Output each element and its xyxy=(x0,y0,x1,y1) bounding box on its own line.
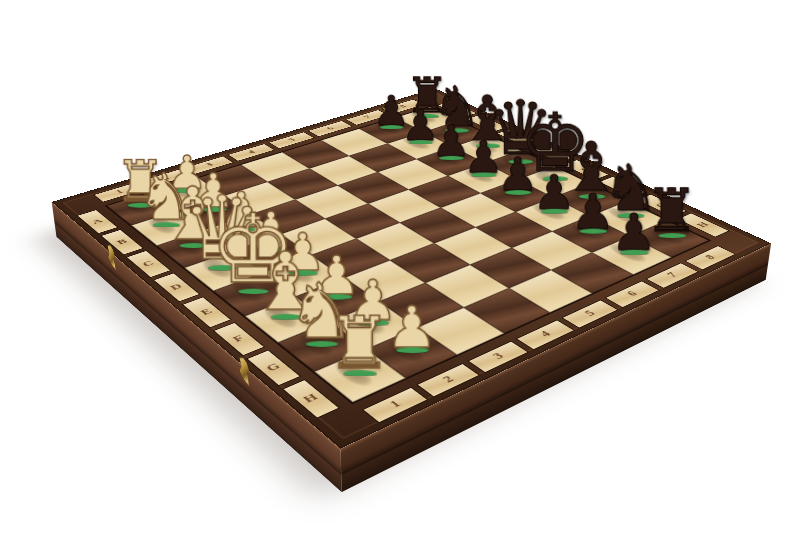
piece-black-pawn: ♟ xyxy=(600,194,667,255)
rook-icon: ♜ xyxy=(327,307,391,379)
chessboard-scene: ABCDEFGH ABCDEFGH 87654321 87654321 ♜♞♝♛… xyxy=(144,0,656,478)
felt-base xyxy=(343,370,376,376)
pieces-layer: ♜♞♝♛♚♝♞♜♟♟♟♟♟♟♟♟♟♟♟♟♟♟♟♟♜♞♝♛♚♝♞♜ xyxy=(53,89,770,448)
board-top-surface: ABCDEFGH ABCDEFGH 87654321 87654321 ♜♞♝♛… xyxy=(52,88,771,448)
felt-base xyxy=(620,250,648,255)
chessboard: ABCDEFGH ABCDEFGH 87654321 87654321 ♜♞♝♛… xyxy=(52,88,771,448)
felt-base xyxy=(396,347,428,353)
piece-white-rook: ♜ xyxy=(320,292,399,376)
product-photo-stage: ABCDEFGH ABCDEFGH 87654321 87654321 ♜♞♝♛… xyxy=(0,0,800,533)
